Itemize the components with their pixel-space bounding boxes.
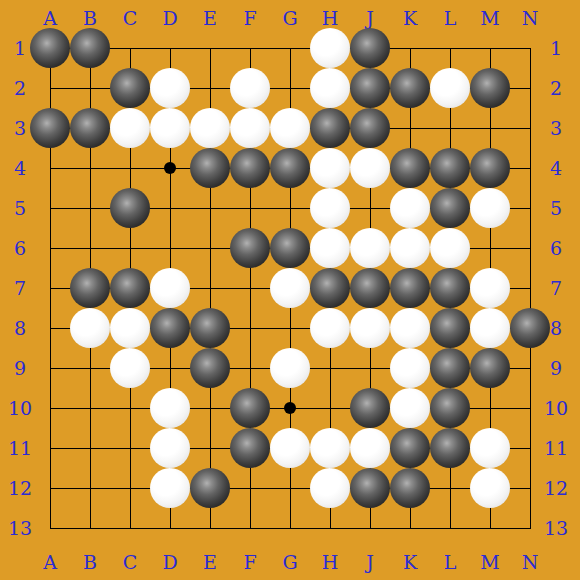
white-stone-glyph: ○ — [270, 268, 310, 308]
row-label-left: 10 — [2, 397, 38, 419]
row-label-right: 10 — [538, 397, 574, 419]
column-label-bottom: E — [190, 551, 230, 573]
black-stone-glyph: ● — [390, 428, 430, 468]
black-stone-glyph: ● — [510, 308, 550, 348]
white-stone: ○ — [350, 428, 390, 468]
black-stone: ● — [390, 268, 430, 308]
black-stone: ● — [390, 148, 430, 188]
white-stone-glyph: ○ — [310, 468, 350, 508]
white-stone: ○ — [310, 68, 350, 108]
row-label-left: 8 — [2, 317, 38, 339]
row-label-right: 3 — [538, 117, 574, 139]
black-stone-glyph: ● — [430, 388, 470, 428]
row-label-left: 6 — [2, 237, 38, 259]
column-label-top: N — [510, 7, 550, 29]
white-stone: ○ — [110, 308, 150, 348]
black-stone: ● — [430, 308, 470, 348]
black-stone-glyph: ● — [270, 228, 310, 268]
black-stone-glyph: ● — [430, 308, 470, 348]
black-stone-glyph: ● — [110, 68, 150, 108]
black-stone: ● — [230, 428, 270, 468]
black-stone: ● — [30, 28, 70, 68]
white-stone-glyph: ○ — [390, 388, 430, 428]
black-stone: ● — [110, 188, 150, 228]
black-stone: ● — [70, 268, 110, 308]
white-stone-glyph: ○ — [310, 148, 350, 188]
row-label-right: 9 — [538, 357, 574, 379]
hoshi-point — [284, 402, 296, 414]
white-stone-glyph: ○ — [110, 108, 150, 148]
row-label-right: 5 — [538, 197, 574, 219]
column-label-bottom: D — [150, 551, 190, 573]
black-stone-glyph: ● — [70, 108, 110, 148]
black-stone-glyph: ● — [470, 348, 510, 388]
white-stone: ○ — [390, 188, 430, 228]
white-stone-glyph: ○ — [470, 188, 510, 228]
column-label-top: D — [150, 7, 190, 29]
black-stone-glyph: ● — [310, 108, 350, 148]
column-label-top: L — [430, 7, 470, 29]
black-stone-glyph: ● — [230, 428, 270, 468]
hoshi-point — [164, 162, 176, 174]
column-label-bottom: J — [350, 551, 390, 573]
column-label-bottom: A — [30, 551, 70, 573]
black-stone-glyph: ● — [230, 228, 270, 268]
go-board-screen: AABBCCDDEEFFGGHHJJKKLLMMNN11223344556677… — [0, 0, 580, 580]
black-stone-glyph: ● — [190, 148, 230, 188]
white-stone: ○ — [350, 308, 390, 348]
black-stone-glyph: ● — [350, 68, 390, 108]
column-label-bottom: G — [270, 551, 310, 573]
column-label-top: M — [470, 7, 510, 29]
black-stone-glyph: ● — [350, 268, 390, 308]
white-stone: ○ — [110, 108, 150, 148]
white-stone-glyph: ○ — [270, 428, 310, 468]
column-label-bottom: N — [510, 551, 550, 573]
black-stone: ● — [470, 68, 510, 108]
white-stone-glyph: ○ — [310, 308, 350, 348]
white-stone: ○ — [270, 348, 310, 388]
white-stone-glyph: ○ — [390, 228, 430, 268]
column-label-bottom: H — [310, 551, 350, 573]
row-label-left: 9 — [2, 357, 38, 379]
white-stone: ○ — [150, 468, 190, 508]
white-stone-glyph: ○ — [150, 268, 190, 308]
grid-line-horizontal — [50, 528, 531, 529]
white-stone: ○ — [470, 308, 510, 348]
black-stone: ● — [70, 108, 110, 148]
white-stone-glyph: ○ — [110, 308, 150, 348]
white-stone-glyph: ○ — [430, 68, 470, 108]
white-stone: ○ — [150, 388, 190, 428]
black-stone: ● — [350, 68, 390, 108]
white-stone: ○ — [430, 228, 470, 268]
black-stone: ● — [30, 108, 70, 148]
black-stone-glyph: ● — [350, 388, 390, 428]
black-stone: ● — [430, 268, 470, 308]
black-stone-glyph: ● — [350, 28, 390, 68]
row-label-left: 2 — [2, 77, 38, 99]
black-stone: ● — [350, 468, 390, 508]
white-stone-glyph: ○ — [190, 108, 230, 148]
black-stone: ● — [270, 148, 310, 188]
white-stone: ○ — [150, 68, 190, 108]
black-stone-glyph: ● — [190, 308, 230, 348]
row-label-right: 7 — [538, 277, 574, 299]
black-stone: ● — [390, 428, 430, 468]
white-stone: ○ — [110, 348, 150, 388]
white-stone: ○ — [470, 268, 510, 308]
black-stone-glyph: ● — [230, 148, 270, 188]
white-stone: ○ — [230, 108, 270, 148]
white-stone: ○ — [190, 108, 230, 148]
white-stone: ○ — [310, 468, 350, 508]
white-stone: ○ — [470, 188, 510, 228]
row-label-right: 4 — [538, 157, 574, 179]
black-stone-glyph: ● — [430, 348, 470, 388]
black-stone: ● — [350, 108, 390, 148]
white-stone-glyph: ○ — [230, 68, 270, 108]
black-stone-glyph: ● — [470, 148, 510, 188]
column-label-bottom: C — [110, 551, 150, 573]
white-stone-glyph: ○ — [310, 188, 350, 228]
white-stone-glyph: ○ — [310, 228, 350, 268]
column-label-top: G — [270, 7, 310, 29]
column-label-bottom: F — [230, 551, 270, 573]
column-label-top: K — [390, 7, 430, 29]
row-label-left: 4 — [2, 157, 38, 179]
black-stone-glyph: ● — [70, 268, 110, 308]
white-stone-glyph: ○ — [150, 468, 190, 508]
white-stone: ○ — [310, 228, 350, 268]
white-stone: ○ — [230, 68, 270, 108]
white-stone: ○ — [390, 228, 430, 268]
row-label-right: 2 — [538, 77, 574, 99]
row-label-left: 11 — [2, 437, 38, 459]
grid-line-vertical — [530, 48, 531, 529]
black-stone-glyph: ● — [430, 188, 470, 228]
black-stone: ● — [350, 268, 390, 308]
black-stone: ● — [70, 28, 110, 68]
white-stone-glyph: ○ — [470, 468, 510, 508]
black-stone: ● — [430, 428, 470, 468]
row-label-right: 6 — [538, 237, 574, 259]
black-stone: ● — [190, 148, 230, 188]
white-stone-glyph: ○ — [470, 428, 510, 468]
black-stone: ● — [150, 308, 190, 348]
white-stone-glyph: ○ — [150, 388, 190, 428]
row-label-left: 13 — [2, 517, 38, 539]
black-stone: ● — [350, 28, 390, 68]
white-stone-glyph: ○ — [230, 108, 270, 148]
white-stone: ○ — [150, 108, 190, 148]
white-stone-glyph: ○ — [310, 428, 350, 468]
white-stone: ○ — [270, 428, 310, 468]
black-stone-glyph: ● — [350, 468, 390, 508]
black-stone-glyph: ● — [390, 68, 430, 108]
white-stone: ○ — [350, 148, 390, 188]
black-stone-glyph: ● — [310, 268, 350, 308]
white-stone-glyph: ○ — [350, 228, 390, 268]
row-label-right: 12 — [538, 477, 574, 499]
black-stone: ● — [430, 148, 470, 188]
white-stone: ○ — [470, 468, 510, 508]
white-stone: ○ — [70, 308, 110, 348]
row-label-right: 13 — [538, 517, 574, 539]
white-stone: ○ — [470, 428, 510, 468]
column-label-top: E — [190, 7, 230, 29]
black-stone-glyph: ● — [470, 68, 510, 108]
white-stone-glyph: ○ — [350, 308, 390, 348]
column-label-bottom: L — [430, 551, 470, 573]
white-stone-glyph: ○ — [110, 348, 150, 388]
white-stone-glyph: ○ — [310, 68, 350, 108]
white-stone-glyph: ○ — [350, 148, 390, 188]
black-stone-glyph: ● — [390, 468, 430, 508]
white-stone: ○ — [310, 188, 350, 228]
black-stone: ● — [310, 268, 350, 308]
black-stone-glyph: ● — [30, 28, 70, 68]
white-stone: ○ — [310, 308, 350, 348]
row-label-right: 1 — [538, 37, 574, 59]
white-stone: ○ — [310, 28, 350, 68]
black-stone-glyph: ● — [70, 28, 110, 68]
white-stone: ○ — [390, 348, 430, 388]
black-stone-glyph: ● — [110, 188, 150, 228]
black-stone: ● — [270, 228, 310, 268]
column-label-top: C — [110, 7, 150, 29]
white-stone-glyph: ○ — [430, 228, 470, 268]
white-stone-glyph: ○ — [470, 268, 510, 308]
row-label-left: 5 — [2, 197, 38, 219]
white-stone-glyph: ○ — [390, 348, 430, 388]
white-stone-glyph: ○ — [390, 308, 430, 348]
black-stone: ● — [230, 228, 270, 268]
black-stone-glyph: ● — [390, 148, 430, 188]
black-stone: ● — [190, 468, 230, 508]
row-label-right: 11 — [538, 437, 574, 459]
grid-line-horizontal — [50, 488, 531, 489]
white-stone-glyph: ○ — [470, 308, 510, 348]
black-stone: ● — [110, 268, 150, 308]
white-stone: ○ — [150, 268, 190, 308]
white-stone-glyph: ○ — [270, 108, 310, 148]
white-stone: ○ — [310, 428, 350, 468]
black-stone-glyph: ● — [30, 108, 70, 148]
black-stone: ● — [190, 348, 230, 388]
black-stone-glyph: ● — [110, 268, 150, 308]
white-stone: ○ — [270, 268, 310, 308]
white-stone: ○ — [350, 228, 390, 268]
black-stone: ● — [430, 388, 470, 428]
black-stone-glyph: ● — [150, 308, 190, 348]
black-stone-glyph: ● — [350, 108, 390, 148]
white-stone: ○ — [390, 308, 430, 348]
black-stone: ● — [110, 68, 150, 108]
black-stone: ● — [350, 388, 390, 428]
column-label-bottom: K — [390, 551, 430, 573]
black-stone-glyph: ● — [270, 148, 310, 188]
white-stone-glyph: ○ — [390, 188, 430, 228]
black-stone: ● — [230, 388, 270, 428]
white-stone-glyph: ○ — [150, 428, 190, 468]
white-stone: ○ — [270, 108, 310, 148]
row-label-left: 12 — [2, 477, 38, 499]
black-stone: ● — [310, 108, 350, 148]
black-stone-glyph: ● — [430, 268, 470, 308]
white-stone: ○ — [150, 428, 190, 468]
black-stone-glyph: ● — [230, 388, 270, 428]
white-stone-glyph: ○ — [350, 428, 390, 468]
white-stone: ○ — [430, 68, 470, 108]
black-stone: ● — [510, 308, 550, 348]
black-stone-glyph: ● — [190, 468, 230, 508]
black-stone-glyph: ● — [430, 428, 470, 468]
column-label-bottom: M — [470, 551, 510, 573]
black-stone: ● — [430, 188, 470, 228]
white-stone-glyph: ○ — [70, 308, 110, 348]
black-stone: ● — [470, 148, 510, 188]
white-stone: ○ — [390, 388, 430, 428]
column-label-top: F — [230, 7, 270, 29]
row-label-left: 7 — [2, 277, 38, 299]
black-stone: ● — [430, 348, 470, 388]
black-stone: ● — [390, 468, 430, 508]
white-stone: ○ — [310, 148, 350, 188]
white-stone-glyph: ○ — [270, 348, 310, 388]
black-stone-glyph: ● — [390, 268, 430, 308]
column-label-bottom: B — [70, 551, 110, 573]
black-stone: ● — [230, 148, 270, 188]
black-stone-glyph: ● — [190, 348, 230, 388]
white-stone-glyph: ○ — [150, 108, 190, 148]
black-stone: ● — [190, 308, 230, 348]
white-stone-glyph: ○ — [310, 28, 350, 68]
black-stone: ● — [390, 68, 430, 108]
black-stone: ● — [470, 348, 510, 388]
black-stone-glyph: ● — [430, 148, 470, 188]
white-stone-glyph: ○ — [150, 68, 190, 108]
